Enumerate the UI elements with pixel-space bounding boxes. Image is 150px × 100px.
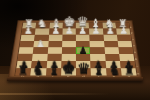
white-pawn-glyph: ♟: [51, 26, 59, 35]
square-d2[interactable]: ♟: [76, 29, 90, 35]
rank-label-3: 3: [131, 38, 134, 40]
rank-label-4: 4: [132, 45, 135, 47]
white-pawn-glyph: ♟: [106, 26, 114, 35]
black-bishop[interactable]: ♝: [46, 60, 61, 75]
white-pawn-glyph: ♟: [78, 26, 86, 35]
white-pawn[interactable]: ♟: [49, 21, 63, 35]
black-rook[interactable]: ♜: [15, 60, 30, 75]
white-pawn[interactable]: ♟: [62, 21, 76, 35]
rank-label-7: 7: [135, 65, 138, 67]
board-scene: ♜♞♝♚♛♝♞♜♟♟♟♟♟♟♟♟♟♟♟♟♟♟♟♟♜♞♝♚♛♝♞♜ hgfedcb…: [0, 0, 150, 100]
square-b3[interactable]: [103, 35, 117, 41]
white-pawn-glyph: ♟: [36, 38, 45, 48]
white-pawn-glyph: ♟: [92, 26, 100, 35]
white-pawn-glyph: ♟: [119, 26, 127, 35]
black-king[interactable]: ♚: [61, 60, 76, 75]
scene-background: ♜♞♝♚♛♝♞♜♟♟♟♟♟♟♟♟♟♟♟♟♟♟♟♟♜♞♝♚♛♝♞♜ hgfedcb…: [0, 0, 150, 100]
rank-label-5: 5: [133, 51, 136, 53]
rank-label-6: 6: [134, 58, 137, 60]
white-pawn-glyph: ♟: [65, 26, 73, 35]
square-f3[interactable]: [48, 35, 62, 41]
black-knight[interactable]: ♞: [106, 60, 121, 75]
square-g4[interactable]: ♟: [34, 41, 49, 47]
square-f2[interactable]: ♟: [49, 29, 63, 35]
square-b2[interactable]: ♟: [103, 29, 117, 35]
white-knight[interactable]: ♞: [36, 15, 49, 28]
black-bishop[interactable]: ♝: [91, 60, 106, 75]
chess-board-frame: ♜♞♝♚♛♝♞♜♟♟♟♟♟♟♟♟♟♟♟♟♟♟♟♟♜♞♝♚♛♝♞♜ hgfedcb…: [8, 20, 142, 78]
square-d5[interactable]: ♟: [76, 47, 90, 54]
square-g1[interactable]: ♞: [36, 23, 50, 29]
board-front-edge: [7, 77, 143, 81]
rank-label-2: 2: [130, 32, 133, 34]
white-pawn[interactable]: ♟: [34, 33, 48, 47]
white-pawn[interactable]: ♟: [76, 21, 90, 35]
square-e2[interactable]: ♟: [62, 29, 76, 35]
chess-board-grid: ♜♞♝♚♛♝♞♜♟♟♟♟♟♟♟♟♟♟♟♟♟♟♟♟♜♞♝♚♛♝♞♜: [15, 23, 136, 76]
white-pawn[interactable]: ♟: [103, 21, 117, 35]
black-queen[interactable]: ♛: [76, 60, 91, 75]
square-a2[interactable]: ♟: [116, 29, 130, 35]
square-c2[interactable]: ♟: [89, 29, 103, 35]
white-pawn-glyph: ♟: [24, 26, 32, 35]
black-rook[interactable]: ♜: [121, 60, 136, 75]
white-pawn[interactable]: ♟: [89, 21, 103, 35]
square-c3[interactable]: [89, 35, 103, 41]
white-knight-glyph: ♞: [38, 18, 48, 29]
rank-label-1: 1: [129, 26, 132, 28]
black-pawn-glyph: ♟: [79, 45, 88, 55]
black-knight[interactable]: ♞: [31, 60, 46, 75]
black-pawn[interactable]: ♟: [76, 40, 90, 54]
rank-label-8: 8: [137, 72, 140, 74]
white-pawn[interactable]: ♟: [117, 21, 131, 35]
square-a3[interactable]: [117, 35, 132, 41]
square-e3[interactable]: [62, 35, 76, 41]
